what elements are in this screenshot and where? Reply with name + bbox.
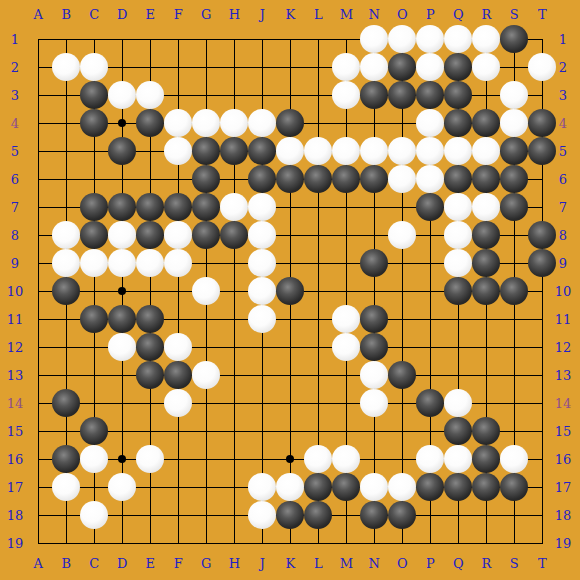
black-stone-Q6[interactable] (444, 165, 472, 193)
white-stone-S4[interactable] (500, 109, 528, 137)
black-stone-F7[interactable] (164, 193, 192, 221)
coord-label-left-4: 4 (11, 117, 19, 130)
black-stone-G6[interactable] (192, 165, 220, 193)
white-stone-Q14[interactable] (444, 389, 472, 417)
black-stone-Q15[interactable] (444, 417, 472, 445)
coord-label-right-14: 14 (555, 397, 572, 410)
coord-label-bottom-P: P (426, 557, 435, 570)
black-stone-E4[interactable] (136, 109, 164, 137)
coord-label-right-17: 17 (555, 481, 572, 494)
coord-label-top-L: L (314, 8, 323, 21)
coord-label-right-1: 1 (559, 33, 567, 46)
white-stone-C9[interactable] (80, 249, 108, 277)
coord-label-left-1: 1 (11, 33, 19, 46)
black-stone-S10[interactable] (500, 277, 528, 305)
coord-label-left-13: 13 (7, 369, 24, 382)
black-stone-J5[interactable] (248, 137, 276, 165)
white-stone-G10[interactable] (192, 277, 220, 305)
white-stone-B17[interactable] (52, 473, 80, 501)
coord-label-left-5: 5 (11, 145, 19, 158)
coord-label-top-R: R (481, 8, 491, 21)
coord-label-right-8: 8 (559, 229, 567, 242)
black-stone-O18[interactable] (388, 501, 416, 529)
coord-label-top-E: E (146, 8, 156, 21)
black-stone-E7[interactable] (136, 193, 164, 221)
coord-label-left-3: 3 (11, 89, 19, 102)
black-stone-S5[interactable] (500, 137, 528, 165)
white-stone-M16[interactable] (332, 445, 360, 473)
coord-label-bottom-G: G (201, 557, 211, 570)
black-stone-P17[interactable] (416, 473, 444, 501)
star-point-D4 (118, 119, 126, 127)
white-stone-O6[interactable] (388, 165, 416, 193)
black-stone-R15[interactable] (472, 417, 500, 445)
star-point-K16 (286, 455, 294, 463)
coord-label-left-8: 8 (11, 229, 19, 242)
coord-label-right-15: 15 (555, 425, 572, 438)
coord-label-top-G: G (201, 8, 211, 21)
coord-label-bottom-B: B (62, 557, 72, 570)
coord-label-bottom-O: O (397, 557, 408, 570)
black-stone-H8[interactable] (220, 221, 248, 249)
coord-label-bottom-Q: Q (453, 557, 464, 570)
grid-line-col-O (402, 39, 403, 544)
black-stone-R17[interactable] (472, 473, 500, 501)
coord-label-top-N: N (369, 8, 380, 21)
black-stone-C11[interactable] (80, 305, 108, 333)
white-stone-N17[interactable] (360, 473, 388, 501)
black-stone-K18[interactable] (276, 501, 304, 529)
black-stone-P7[interactable] (416, 193, 444, 221)
white-stone-H4[interactable] (220, 109, 248, 137)
coord-label-right-7: 7 (559, 201, 567, 214)
white-stone-D9[interactable] (108, 249, 136, 277)
white-stone-M5[interactable] (332, 137, 360, 165)
coord-label-bottom-F: F (174, 557, 183, 570)
white-stone-Q8[interactable] (444, 221, 472, 249)
black-stone-D11[interactable] (108, 305, 136, 333)
white-stone-N2[interactable] (360, 53, 388, 81)
black-stone-B14[interactable] (52, 389, 80, 417)
coord-label-right-9: 9 (559, 257, 567, 270)
white-stone-G13[interactable] (192, 361, 220, 389)
coord-label-right-3: 3 (559, 89, 567, 102)
black-stone-N18[interactable] (360, 501, 388, 529)
white-stone-M11[interactable] (332, 305, 360, 333)
white-stone-F4[interactable] (164, 109, 192, 137)
coord-label-top-Q: Q (453, 8, 464, 21)
white-stone-C18[interactable] (80, 501, 108, 529)
black-stone-M17[interactable] (332, 473, 360, 501)
black-stone-R8[interactable] (472, 221, 500, 249)
coord-label-right-18: 18 (555, 509, 572, 522)
coord-label-left-14: 14 (7, 397, 24, 410)
black-stone-O2[interactable] (388, 53, 416, 81)
coord-label-top-F: F (174, 8, 183, 21)
grid-line-col-N (374, 39, 375, 544)
coord-label-bottom-E: E (146, 557, 156, 570)
black-stone-E12[interactable] (136, 333, 164, 361)
coord-label-left-6: 6 (11, 173, 19, 186)
white-stone-Q9[interactable] (444, 249, 472, 277)
black-stone-C3[interactable] (80, 81, 108, 109)
coord-label-top-T: T (538, 8, 547, 21)
black-stone-R16[interactable] (472, 445, 500, 473)
white-stone-J17[interactable] (248, 473, 276, 501)
black-stone-K6[interactable] (276, 165, 304, 193)
white-stone-L5[interactable] (304, 137, 332, 165)
black-stone-Q4[interactable] (444, 109, 472, 137)
black-stone-N3[interactable] (360, 81, 388, 109)
coord-label-top-O: O (397, 8, 408, 21)
coord-label-bottom-H: H (229, 557, 240, 570)
white-stone-D12[interactable] (108, 333, 136, 361)
white-stone-K5[interactable] (276, 137, 304, 165)
white-stone-F14[interactable] (164, 389, 192, 417)
white-stone-P1[interactable] (416, 25, 444, 53)
coord-label-top-A: A (34, 8, 43, 21)
black-stone-O13[interactable] (388, 361, 416, 389)
white-stone-R5[interactable] (472, 137, 500, 165)
coord-label-top-B: B (62, 8, 72, 21)
white-stone-R1[interactable] (472, 25, 500, 53)
white-stone-P2[interactable] (416, 53, 444, 81)
black-stone-S1[interactable] (500, 25, 528, 53)
white-stone-S16[interactable] (500, 445, 528, 473)
star-point-D10 (118, 287, 126, 295)
coord-label-bottom-C: C (89, 557, 99, 570)
white-stone-O8[interactable] (388, 221, 416, 249)
white-stone-O5[interactable] (388, 137, 416, 165)
black-stone-T9[interactable] (528, 249, 556, 277)
white-stone-J9[interactable] (248, 249, 276, 277)
black-stone-R6[interactable] (472, 165, 500, 193)
coord-label-left-12: 12 (7, 341, 24, 354)
black-stone-L18[interactable] (304, 501, 332, 529)
coord-label-top-C: C (89, 8, 99, 21)
coord-label-right-2: 2 (559, 61, 567, 74)
coord-label-top-P: P (426, 8, 435, 21)
black-stone-B10[interactable] (52, 277, 80, 305)
black-stone-D5[interactable] (108, 137, 136, 165)
black-stone-O3[interactable] (388, 81, 416, 109)
go-board[interactable]: AABBCCDDEEFFGGHHJJKKLLMMNNOOPPQQRRSSTT11… (0, 0, 580, 580)
coord-label-left-15: 15 (7, 425, 24, 438)
black-stone-Q3[interactable] (444, 81, 472, 109)
white-stone-T2[interactable] (528, 53, 556, 81)
black-stone-K4[interactable] (276, 109, 304, 137)
coord-label-right-11: 11 (555, 313, 572, 326)
white-stone-Q7[interactable] (444, 193, 472, 221)
white-stone-D8[interactable] (108, 221, 136, 249)
black-stone-N12[interactable] (360, 333, 388, 361)
black-stone-H5[interactable] (220, 137, 248, 165)
white-stone-N13[interactable] (360, 361, 388, 389)
white-stone-Q16[interactable] (444, 445, 472, 473)
coord-label-right-4: 4 (559, 117, 567, 130)
black-stone-D7[interactable] (108, 193, 136, 221)
white-stone-P5[interactable] (416, 137, 444, 165)
white-stone-B9[interactable] (52, 249, 80, 277)
coord-label-right-19: 19 (555, 537, 572, 550)
black-stone-P3[interactable] (416, 81, 444, 109)
black-stone-J6[interactable] (248, 165, 276, 193)
white-stone-D17[interactable] (108, 473, 136, 501)
black-stone-L6[interactable] (304, 165, 332, 193)
coord-label-top-M: M (340, 8, 353, 21)
white-stone-B2[interactable] (52, 53, 80, 81)
coord-label-left-2: 2 (11, 61, 19, 74)
white-stone-J11[interactable] (248, 305, 276, 333)
black-stone-B16[interactable] (52, 445, 80, 473)
white-stone-O1[interactable] (388, 25, 416, 53)
white-stone-E9[interactable] (136, 249, 164, 277)
white-stone-R2[interactable] (472, 53, 500, 81)
black-stone-R4[interactable] (472, 109, 500, 137)
black-stone-C4[interactable] (80, 109, 108, 137)
white-stone-M3[interactable] (332, 81, 360, 109)
coord-label-bottom-S: S (510, 557, 519, 570)
coord-label-bottom-J: J (260, 557, 265, 570)
white-stone-D3[interactable] (108, 81, 136, 109)
black-stone-C15[interactable] (80, 417, 108, 445)
white-stone-Q1[interactable] (444, 25, 472, 53)
black-stone-T5[interactable] (528, 137, 556, 165)
black-stone-M6[interactable] (332, 165, 360, 193)
grid-line-row-13 (38, 375, 543, 376)
black-stone-S6[interactable] (500, 165, 528, 193)
black-stone-N6[interactable] (360, 165, 388, 193)
coord-label-top-K: K (285, 8, 295, 21)
black-stone-Q17[interactable] (444, 473, 472, 501)
black-stone-T4[interactable] (528, 109, 556, 137)
white-stone-P4[interactable] (416, 109, 444, 137)
black-stone-R9[interactable] (472, 249, 500, 277)
white-stone-O17[interactable] (388, 473, 416, 501)
coord-label-top-S: S (510, 8, 519, 21)
black-stone-S17[interactable] (500, 473, 528, 501)
coord-label-left-9: 9 (11, 257, 19, 270)
coord-label-bottom-N: N (369, 557, 380, 570)
coord-label-left-11: 11 (7, 313, 24, 326)
white-stone-J7[interactable] (248, 193, 276, 221)
white-stone-E16[interactable] (136, 445, 164, 473)
coord-label-top-J: J (260, 8, 265, 21)
coord-label-left-17: 17 (7, 481, 24, 494)
white-stone-C16[interactable] (80, 445, 108, 473)
black-stone-T8[interactable] (528, 221, 556, 249)
black-stone-Q10[interactable] (444, 277, 472, 305)
black-stone-G7[interactable] (192, 193, 220, 221)
white-stone-K17[interactable] (276, 473, 304, 501)
white-stone-R7[interactable] (472, 193, 500, 221)
white-stone-B8[interactable] (52, 221, 80, 249)
white-stone-S3[interactable] (500, 81, 528, 109)
star-point-D16 (118, 455, 126, 463)
black-stone-G8[interactable] (192, 221, 220, 249)
coord-label-bottom-A: A (34, 557, 43, 570)
white-stone-J10[interactable] (248, 277, 276, 305)
white-stone-H7[interactable] (220, 193, 248, 221)
coord-label-bottom-L: L (314, 557, 323, 570)
black-stone-F13[interactable] (164, 361, 192, 389)
white-stone-N1[interactable] (360, 25, 388, 53)
black-stone-K10[interactable] (276, 277, 304, 305)
black-stone-N11[interactable] (360, 305, 388, 333)
white-stone-F12[interactable] (164, 333, 192, 361)
white-stone-C2[interactable] (80, 53, 108, 81)
white-stone-F5[interactable] (164, 137, 192, 165)
white-stone-P6[interactable] (416, 165, 444, 193)
white-stone-L16[interactable] (304, 445, 332, 473)
coord-label-right-5: 5 (559, 145, 567, 158)
white-stone-F9[interactable] (164, 249, 192, 277)
white-stone-P16[interactable] (416, 445, 444, 473)
coord-label-bottom-M: M (340, 557, 353, 570)
white-stone-N5[interactable] (360, 137, 388, 165)
white-stone-N14[interactable] (360, 389, 388, 417)
black-stone-E8[interactable] (136, 221, 164, 249)
white-stone-J8[interactable] (248, 221, 276, 249)
white-stone-M2[interactable] (332, 53, 360, 81)
coord-label-right-13: 13 (555, 369, 572, 382)
white-stone-J4[interactable] (248, 109, 276, 137)
black-stone-C7[interactable] (80, 193, 108, 221)
black-stone-E11[interactable] (136, 305, 164, 333)
white-stone-G4[interactable] (192, 109, 220, 137)
coord-label-left-16: 16 (7, 453, 24, 466)
black-stone-C8[interactable] (80, 221, 108, 249)
white-stone-M12[interactable] (332, 333, 360, 361)
coord-label-left-18: 18 (7, 509, 24, 522)
black-stone-R10[interactable] (472, 277, 500, 305)
black-stone-S7[interactable] (500, 193, 528, 221)
black-stone-Q2[interactable] (444, 53, 472, 81)
coord-label-top-D: D (117, 8, 127, 21)
coord-label-right-10: 10 (555, 285, 572, 298)
coord-label-top-H: H (229, 8, 240, 21)
black-stone-P14[interactable] (416, 389, 444, 417)
coord-label-bottom-D: D (117, 557, 127, 570)
coord-label-bottom-T: T (538, 557, 547, 570)
black-stone-L17[interactable] (304, 473, 332, 501)
black-stone-N9[interactable] (360, 249, 388, 277)
coord-label-bottom-R: R (481, 557, 491, 570)
coord-label-right-16: 16 (555, 453, 572, 466)
black-stone-G5[interactable] (192, 137, 220, 165)
white-stone-E3[interactable] (136, 81, 164, 109)
white-stone-F8[interactable] (164, 221, 192, 249)
grid-line-row-19 (38, 543, 543, 544)
white-stone-Q5[interactable] (444, 137, 472, 165)
coord-label-left-19: 19 (7, 537, 24, 550)
black-stone-E13[interactable] (136, 361, 164, 389)
coord-label-bottom-K: K (285, 557, 295, 570)
coord-label-right-6: 6 (559, 173, 567, 186)
coord-label-left-10: 10 (7, 285, 24, 298)
coord-label-left-7: 7 (11, 201, 19, 214)
white-stone-J18[interactable] (248, 501, 276, 529)
coord-label-right-12: 12 (555, 341, 572, 354)
